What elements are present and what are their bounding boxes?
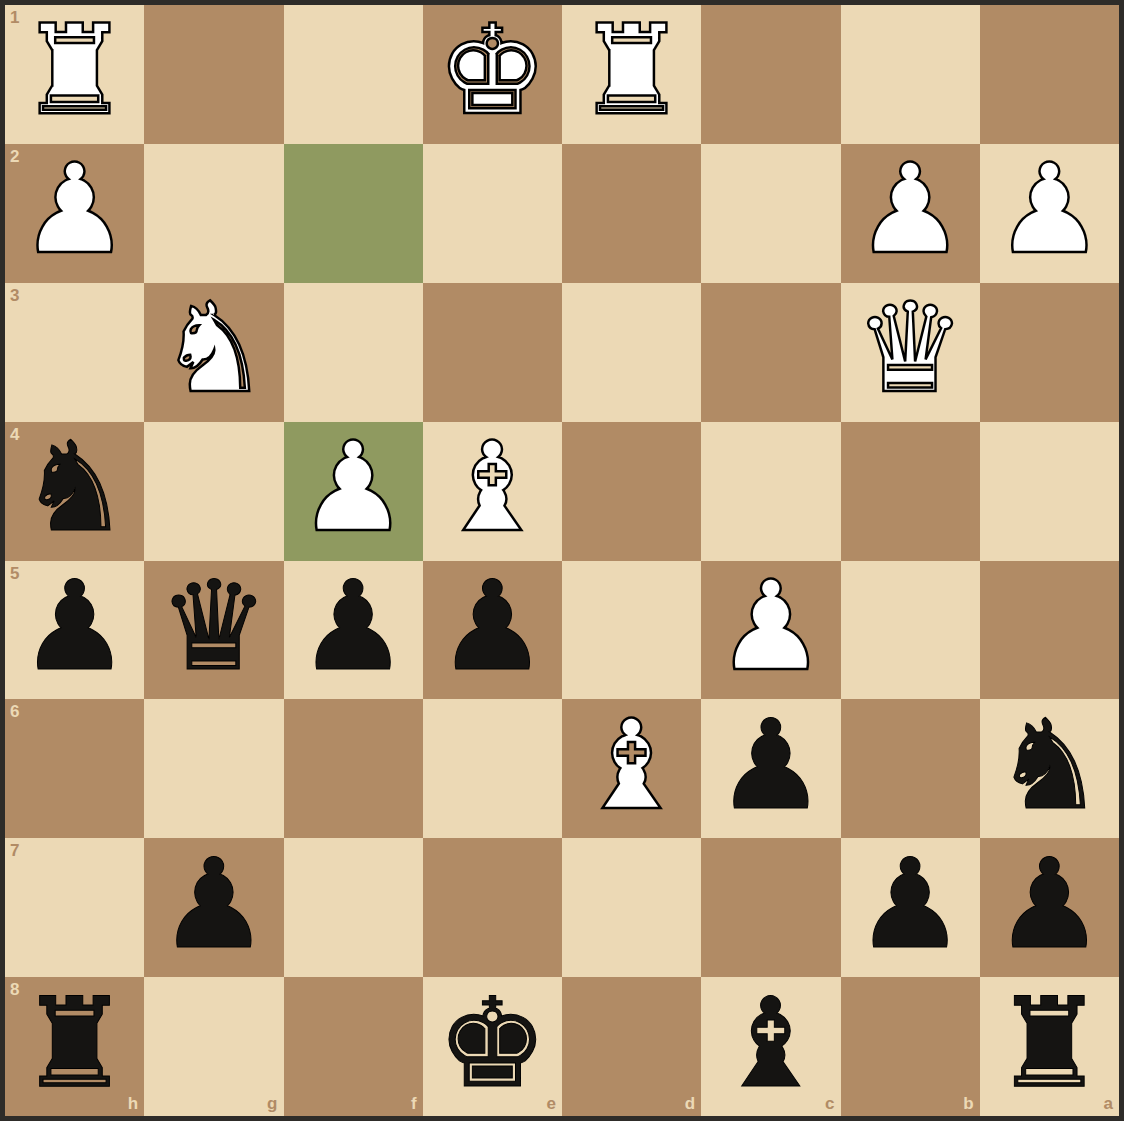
square-c1[interactable]	[701, 5, 840, 144]
rank-label-7: 7	[10, 842, 19, 859]
rank-label-3: 3	[10, 287, 19, 304]
piece-black-pawn: ♟	[855, 842, 966, 966]
square-g3[interactable]: ♞	[144, 283, 283, 422]
square-g4[interactable]	[144, 422, 283, 561]
square-d8[interactable]: d	[562, 977, 701, 1116]
square-g5[interactable]: ♛	[144, 561, 283, 700]
piece-white-pawn: ♟	[19, 147, 130, 271]
square-b8[interactable]: b	[841, 977, 980, 1116]
piece-white-bishop: ♝	[437, 425, 548, 549]
square-e1[interactable]: ♚	[423, 5, 562, 144]
piece-black-pawn: ♟	[158, 842, 269, 966]
square-g1[interactable]	[144, 5, 283, 144]
piece-white-rook: ♜	[576, 8, 687, 132]
square-b5[interactable]	[841, 561, 980, 700]
piece-white-rook: ♜	[19, 8, 130, 132]
piece-black-pawn: ♟	[19, 564, 130, 688]
square-f5[interactable]: ♟	[284, 561, 423, 700]
piece-black-pawn: ♟	[715, 703, 826, 827]
square-c7[interactable]	[701, 838, 840, 977]
square-c5[interactable]: ♟	[701, 561, 840, 700]
piece-black-rook: ♜	[994, 981, 1105, 1105]
piece-white-pawn: ♟	[298, 425, 409, 549]
piece-black-knight: ♞	[994, 703, 1105, 827]
piece-black-bishop: ♝	[715, 981, 826, 1105]
square-h2[interactable]: 2♟	[5, 144, 144, 283]
square-e4[interactable]: ♝	[423, 422, 562, 561]
square-c4[interactable]	[701, 422, 840, 561]
square-g7[interactable]: ♟	[144, 838, 283, 977]
piece-white-pawn: ♟	[855, 147, 966, 271]
square-a6[interactable]: ♞	[980, 699, 1119, 838]
square-b3[interactable]: ♛	[841, 283, 980, 422]
square-d3[interactable]	[562, 283, 701, 422]
square-b2[interactable]: ♟	[841, 144, 980, 283]
square-e2[interactable]	[423, 144, 562, 283]
square-f8[interactable]: f	[284, 977, 423, 1116]
square-b4[interactable]	[841, 422, 980, 561]
piece-white-knight: ♞	[158, 286, 269, 410]
square-g8[interactable]: g	[144, 977, 283, 1116]
square-c6[interactable]: ♟	[701, 699, 840, 838]
square-e3[interactable]	[423, 283, 562, 422]
square-a2[interactable]: ♟	[980, 144, 1119, 283]
piece-black-queen: ♛	[158, 564, 269, 688]
square-a7[interactable]: ♟	[980, 838, 1119, 977]
square-a5[interactable]	[980, 561, 1119, 700]
file-label-b: b	[963, 1095, 973, 1112]
square-e7[interactable]	[423, 838, 562, 977]
square-f7[interactable]	[284, 838, 423, 977]
rank-label-6: 6	[10, 703, 19, 720]
square-b1[interactable]	[841, 5, 980, 144]
square-g2[interactable]	[144, 144, 283, 283]
square-a8[interactable]: a♜	[980, 977, 1119, 1116]
square-a3[interactable]	[980, 283, 1119, 422]
file-label-f: f	[411, 1095, 417, 1112]
square-b7[interactable]: ♟	[841, 838, 980, 977]
square-d1[interactable]: ♜	[562, 5, 701, 144]
square-f1[interactable]	[284, 5, 423, 144]
square-c2[interactable]	[701, 144, 840, 283]
piece-black-pawn: ♟	[994, 842, 1105, 966]
piece-black-pawn: ♟	[437, 564, 548, 688]
square-e8[interactable]: e♚	[423, 977, 562, 1116]
piece-white-bishop: ♝	[576, 703, 687, 827]
square-h6[interactable]: 6	[5, 699, 144, 838]
square-b6[interactable]	[841, 699, 980, 838]
square-h1[interactable]: 1♜	[5, 5, 144, 144]
square-c8[interactable]: c♝	[701, 977, 840, 1116]
square-h4[interactable]: 4♞	[5, 422, 144, 561]
square-a4[interactable]	[980, 422, 1119, 561]
piece-white-queen: ♛	[855, 286, 966, 410]
square-f4[interactable]: ♟	[284, 422, 423, 561]
piece-white-pawn: ♟	[994, 147, 1105, 271]
square-f2[interactable]	[284, 144, 423, 283]
chess-board: 1♜♚♜2♟♟♟3♞♛4♞♟♝5♟♛♟♟♟6♝♟♞7♟♟♟8h♜gfe♚dc♝b…	[5, 5, 1119, 1116]
piece-white-king: ♚	[437, 8, 548, 132]
square-f6[interactable]	[284, 699, 423, 838]
square-h5[interactable]: 5♟	[5, 561, 144, 700]
piece-white-pawn: ♟	[715, 564, 826, 688]
square-g6[interactable]	[144, 699, 283, 838]
file-label-d: d	[685, 1095, 695, 1112]
square-f3[interactable]	[284, 283, 423, 422]
piece-black-pawn: ♟	[298, 564, 409, 688]
square-h3[interactable]: 3	[5, 283, 144, 422]
piece-black-king: ♚	[437, 981, 548, 1105]
chess-board-frame: 1♜♚♜2♟♟♟3♞♛4♞♟♝5♟♛♟♟♟6♝♟♞7♟♟♟8h♜gfe♚dc♝b…	[0, 0, 1124, 1121]
square-e5[interactable]: ♟	[423, 561, 562, 700]
square-d2[interactable]	[562, 144, 701, 283]
square-a1[interactable]	[980, 5, 1119, 144]
piece-black-rook: ♜	[19, 981, 130, 1105]
square-d6[interactable]: ♝	[562, 699, 701, 838]
square-d5[interactable]	[562, 561, 701, 700]
square-d4[interactable]	[562, 422, 701, 561]
piece-black-knight: ♞	[19, 425, 130, 549]
square-h7[interactable]: 7	[5, 838, 144, 977]
square-e6[interactable]	[423, 699, 562, 838]
square-h8[interactable]: 8h♜	[5, 977, 144, 1116]
square-c3[interactable]	[701, 283, 840, 422]
square-d7[interactable]	[562, 838, 701, 977]
file-label-g: g	[267, 1095, 277, 1112]
